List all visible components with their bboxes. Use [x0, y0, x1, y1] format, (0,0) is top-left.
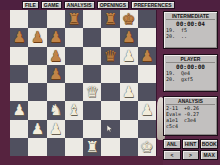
- opponent-clock: 00:00:04: [166, 20, 215, 27]
- square-g4[interactable]: ♟: [120, 83, 138, 101]
- square-e6[interactable]: [83, 47, 101, 65]
- book-button[interactable]: BOOK: [200, 139, 218, 149]
- black-queen-f6[interactable]: ♛: [101, 47, 119, 65]
- square-d5[interactable]: [65, 65, 83, 83]
- square-g7[interactable]: ♟: [120, 28, 138, 46]
- square-c3[interactable]: ♞: [47, 101, 65, 119]
- panel-buttons-row-2: < > MAX: [163, 150, 218, 160]
- square-h4[interactable]: [138, 83, 156, 101]
- square-c6[interactable]: ♟: [47, 47, 65, 65]
- white-knight-c3[interactable]: ♞: [47, 101, 65, 119]
- square-h3[interactable]: ♟: [138, 101, 156, 119]
- square-b3[interactable]: [28, 101, 46, 119]
- square-b1[interactable]: [28, 138, 46, 156]
- board-frame-left: [0, 10, 10, 165]
- square-c2[interactable]: ♟: [47, 120, 65, 138]
- square-e4[interactable]: ♛: [83, 83, 101, 101]
- black-pawn-a7[interactable]: ♟: [10, 28, 28, 46]
- square-g8[interactable]: ♚: [120, 10, 138, 28]
- square-f1[interactable]: [101, 138, 119, 156]
- analysis-line-4: c5c4: [166, 123, 215, 129]
- square-f3[interactable]: [101, 101, 119, 119]
- black-king-g8[interactable]: ♚: [120, 10, 138, 28]
- square-h2[interactable]: [138, 120, 156, 138]
- square-d7[interactable]: [65, 28, 83, 46]
- square-f6[interactable]: ♛: [101, 47, 119, 65]
- black-pawn-c5[interactable]: ♟: [47, 65, 65, 83]
- square-c7[interactable]: ♟: [47, 28, 65, 46]
- step-back-button[interactable]: <: [163, 150, 181, 160]
- square-c8[interactable]: [47, 10, 65, 28]
- panel-buttons-row-1: ANL HINT BOOK: [163, 139, 218, 149]
- analysis-title: ANALYSIS: [166, 98, 215, 105]
- square-g6[interactable]: ♟: [120, 47, 138, 65]
- square-b2[interactable]: ♟: [28, 120, 46, 138]
- square-d1[interactable]: [65, 138, 83, 156]
- square-f2[interactable]: [101, 120, 119, 138]
- anl-button[interactable]: ANL: [163, 139, 181, 149]
- square-e5[interactable]: [83, 65, 101, 83]
- square-b7[interactable]: ♟: [28, 28, 46, 46]
- square-a8[interactable]: [10, 10, 28, 28]
- black-rook-f8[interactable]: ♜: [101, 10, 119, 28]
- square-g5[interactable]: [120, 65, 138, 83]
- white-pawn-h3[interactable]: ♟: [138, 101, 156, 119]
- analysis-panel: ANALYSIS 2-11 +0.26 Eval= -0.27 a1e1 c3e…: [163, 96, 218, 136]
- white-queen-e4[interactable]: ♛: [83, 83, 101, 101]
- square-b8[interactable]: [28, 10, 46, 28]
- square-b6[interactable]: [28, 47, 46, 65]
- square-e7[interactable]: [83, 28, 101, 46]
- square-c1[interactable]: [47, 138, 65, 156]
- chess-app-window: { "game": "chess", "position": { "fen": …: [0, 0, 220, 165]
- square-h8[interactable]: [138, 10, 156, 28]
- menu-analysis[interactable]: ANALYSIS: [64, 1, 95, 9]
- square-a2[interactable]: [10, 120, 28, 138]
- black-pawn-c6[interactable]: ♟: [47, 47, 65, 65]
- square-a4[interactable]: [10, 83, 28, 101]
- black-pawn-g7[interactable]: ♟: [120, 28, 138, 46]
- square-g3[interactable]: [120, 101, 138, 119]
- white-king-h1[interactable]: ♚: [138, 138, 156, 156]
- square-d4[interactable]: [65, 83, 83, 101]
- square-a3[interactable]: ♟: [10, 101, 28, 119]
- black-pawn-b7[interactable]: ♟: [28, 28, 46, 46]
- player-move-line-2: 20. gxf5: [166, 76, 215, 82]
- player-title: PLAYER: [166, 56, 215, 63]
- white-pawn-c2[interactable]: ♟: [47, 120, 65, 138]
- player-clock: 00:00:00: [166, 63, 215, 70]
- square-h1[interactable]: ♚: [138, 138, 156, 156]
- opponent-move-line-2: 20. ..: [166, 33, 215, 39]
- opponent-level-title: INTERMEDIATE: [166, 13, 215, 20]
- menu-bar: FILE GAME ANALYSIS OPENINGS PREFERENCES: [0, 0, 220, 10]
- max-button[interactable]: MAX: [200, 150, 218, 160]
- square-f5[interactable]: [101, 65, 119, 83]
- square-c5[interactable]: ♟: [47, 65, 65, 83]
- square-b4[interactable]: [28, 83, 46, 101]
- menu-openings[interactable]: OPENINGS: [97, 1, 129, 9]
- menu-preferences[interactable]: PREFERENCES: [131, 1, 175, 9]
- square-b5[interactable]: [28, 65, 46, 83]
- square-h6[interactable]: ♟: [138, 47, 156, 65]
- white-pawn-a3[interactable]: ♟: [10, 101, 28, 119]
- square-d2[interactable]: [65, 120, 83, 138]
- square-f4[interactable]: [101, 83, 119, 101]
- white-rook-e1[interactable]: ♜: [83, 138, 101, 156]
- square-a1[interactable]: [10, 138, 28, 156]
- square-e3[interactable]: [83, 101, 101, 119]
- square-a6[interactable]: [10, 47, 28, 65]
- hint-button[interactable]: HINT: [182, 139, 200, 149]
- square-e1[interactable]: ♜: [83, 138, 101, 156]
- step-forward-button[interactable]: >: [182, 150, 200, 160]
- black-pawn-h6[interactable]: ♟: [138, 47, 156, 65]
- square-d8[interactable]: ♜: [65, 10, 83, 28]
- square-f7[interactable]: [101, 28, 119, 46]
- black-rook-d8[interactable]: ♜: [65, 10, 83, 28]
- square-e8[interactable]: [83, 10, 101, 28]
- square-a5[interactable]: [10, 65, 28, 83]
- square-g2[interactable]: [120, 120, 138, 138]
- menu-file[interactable]: FILE: [22, 1, 39, 9]
- square-g1[interactable]: [120, 138, 138, 156]
- menu-game[interactable]: GAME: [41, 1, 62, 9]
- white-bishop-d3[interactable]: ♝: [65, 101, 83, 119]
- square-d6[interactable]: [65, 47, 83, 65]
- square-c4[interactable]: [47, 83, 65, 101]
- square-h7[interactable]: [138, 28, 156, 46]
- board-frame-bottom: [0, 156, 163, 165]
- square-a7[interactable]: ♟: [10, 28, 28, 46]
- square-f8[interactable]: ♜: [101, 10, 119, 28]
- black-pawn-c7[interactable]: ♟: [47, 28, 65, 46]
- white-pawn-g4[interactable]: ♟: [120, 83, 138, 101]
- player-clock-panel: PLAYER 00:00:00 19. Qe4 20. gxf5: [163, 54, 218, 92]
- square-e2[interactable]: [83, 120, 101, 138]
- square-d3[interactable]: ♝: [65, 101, 83, 119]
- white-pawn-g6[interactable]: ♟: [120, 47, 138, 65]
- chess-board[interactable]: ♜♜♚♟♟♟♟♟♛♟♟♟♛♟♟♞♝♟♟♟♜♚: [10, 10, 157, 156]
- white-pawn-b2[interactable]: ♟: [28, 120, 46, 138]
- square-h5[interactable]: [138, 65, 156, 83]
- opponent-clock-panel: INTERMEDIATE 00:00:04 19. f5 20. ..: [163, 11, 218, 49]
